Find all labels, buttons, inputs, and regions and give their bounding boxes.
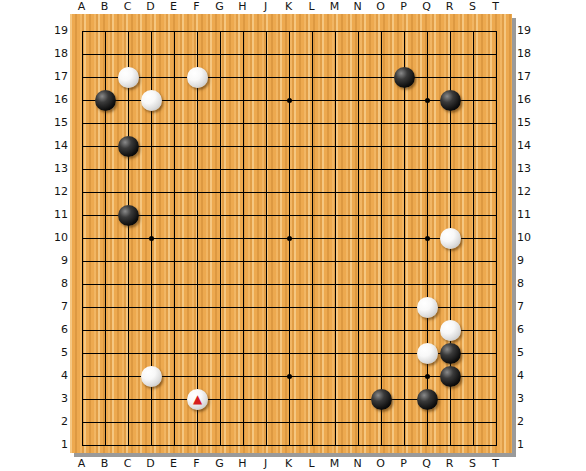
intersection-S18[interactable] [462, 43, 485, 66]
intersection-E3[interactable] [163, 388, 186, 411]
intersection-Q7[interactable] [416, 296, 439, 319]
intersection-N10[interactable] [347, 227, 370, 250]
intersection-O18[interactable] [370, 43, 393, 66]
intersection-G17[interactable] [209, 66, 232, 89]
intersection-B14[interactable] [94, 135, 117, 158]
intersection-F13[interactable] [186, 158, 209, 181]
intersection-P2[interactable] [393, 411, 416, 434]
intersection-G2[interactable] [209, 411, 232, 434]
intersection-T17[interactable] [485, 66, 508, 89]
intersection-P9[interactable] [393, 250, 416, 273]
intersection-D3[interactable] [140, 388, 163, 411]
intersection-F10[interactable] [186, 227, 209, 250]
intersection-P16[interactable] [393, 89, 416, 112]
intersection-O12[interactable] [370, 181, 393, 204]
intersection-M19[interactable] [324, 20, 347, 43]
intersection-K11[interactable] [278, 204, 301, 227]
intersection-O17[interactable] [370, 66, 393, 89]
intersection-N17[interactable] [347, 66, 370, 89]
intersection-S16[interactable] [462, 89, 485, 112]
intersection-C7[interactable] [117, 296, 140, 319]
intersection-J4[interactable] [255, 365, 278, 388]
intersection-B4[interactable] [94, 365, 117, 388]
intersection-J3[interactable] [255, 388, 278, 411]
intersection-F1[interactable] [186, 434, 209, 453]
intersection-H17[interactable] [232, 66, 255, 89]
intersection-D18[interactable] [140, 43, 163, 66]
intersection-S3[interactable] [462, 388, 485, 411]
intersection-F11[interactable] [186, 204, 209, 227]
intersection-F12[interactable] [186, 181, 209, 204]
intersection-P17[interactable] [393, 66, 416, 89]
intersection-E9[interactable] [163, 250, 186, 273]
intersection-E15[interactable] [163, 112, 186, 135]
intersection-M1[interactable] [324, 434, 347, 453]
intersection-D17[interactable] [140, 66, 163, 89]
intersection-P3[interactable] [393, 388, 416, 411]
intersection-F7[interactable] [186, 296, 209, 319]
intersection-B6[interactable] [94, 319, 117, 342]
intersection-H16[interactable] [232, 89, 255, 112]
intersection-T12[interactable] [485, 181, 508, 204]
intersection-P13[interactable] [393, 158, 416, 181]
intersection-M3[interactable] [324, 388, 347, 411]
intersection-S5[interactable] [462, 342, 485, 365]
intersection-K16[interactable] [278, 89, 301, 112]
intersection-E6[interactable] [163, 319, 186, 342]
intersection-O3[interactable] [370, 388, 393, 411]
intersection-H12[interactable] [232, 181, 255, 204]
intersection-Q4[interactable] [416, 365, 439, 388]
intersection-T10[interactable] [485, 227, 508, 250]
intersection-L18[interactable] [301, 43, 324, 66]
intersection-K9[interactable] [278, 250, 301, 273]
intersection-G9[interactable] [209, 250, 232, 273]
intersection-L14[interactable] [301, 135, 324, 158]
intersection-M4[interactable] [324, 365, 347, 388]
intersection-Q11[interactable] [416, 204, 439, 227]
intersection-B7[interactable] [94, 296, 117, 319]
intersection-D12[interactable] [140, 181, 163, 204]
intersection-N15[interactable] [347, 112, 370, 135]
intersection-F16[interactable] [186, 89, 209, 112]
intersection-G15[interactable] [209, 112, 232, 135]
intersection-A3[interactable] [71, 388, 94, 411]
intersection-K15[interactable] [278, 112, 301, 135]
intersection-B17[interactable] [94, 66, 117, 89]
intersection-E13[interactable] [163, 158, 186, 181]
intersection-O13[interactable] [370, 158, 393, 181]
intersection-H8[interactable] [232, 273, 255, 296]
intersection-T3[interactable] [485, 388, 508, 411]
intersection-J7[interactable] [255, 296, 278, 319]
intersection-H5[interactable] [232, 342, 255, 365]
intersection-C3[interactable] [117, 388, 140, 411]
intersection-J10[interactable] [255, 227, 278, 250]
intersection-O11[interactable] [370, 204, 393, 227]
intersection-N19[interactable] [347, 20, 370, 43]
intersection-Q1[interactable] [416, 434, 439, 453]
intersection-J16[interactable] [255, 89, 278, 112]
intersection-J15[interactable] [255, 112, 278, 135]
intersection-H9[interactable] [232, 250, 255, 273]
intersection-C10[interactable] [117, 227, 140, 250]
intersection-M10[interactable] [324, 227, 347, 250]
intersection-P15[interactable] [393, 112, 416, 135]
intersection-N12[interactable] [347, 181, 370, 204]
intersection-N6[interactable] [347, 319, 370, 342]
intersection-C4[interactable] [117, 365, 140, 388]
intersection-H18[interactable] [232, 43, 255, 66]
intersection-G14[interactable] [209, 135, 232, 158]
intersection-N18[interactable] [347, 43, 370, 66]
intersection-S9[interactable] [462, 250, 485, 273]
intersection-A19[interactable] [71, 20, 94, 43]
intersection-M7[interactable] [324, 296, 347, 319]
intersection-P10[interactable] [393, 227, 416, 250]
intersection-P19[interactable] [393, 20, 416, 43]
intersection-B16[interactable] [94, 89, 117, 112]
intersection-O6[interactable] [370, 319, 393, 342]
intersection-C11[interactable] [117, 204, 140, 227]
intersection-O14[interactable] [370, 135, 393, 158]
intersection-P7[interactable] [393, 296, 416, 319]
intersection-R3[interactable] [439, 388, 462, 411]
intersection-O15[interactable] [370, 112, 393, 135]
intersection-B11[interactable] [94, 204, 117, 227]
intersection-O10[interactable] [370, 227, 393, 250]
intersection-C15[interactable] [117, 112, 140, 135]
intersection-L4[interactable] [301, 365, 324, 388]
intersection-H14[interactable] [232, 135, 255, 158]
intersection-M5[interactable] [324, 342, 347, 365]
intersection-N13[interactable] [347, 158, 370, 181]
intersection-J6[interactable] [255, 319, 278, 342]
intersection-L3[interactable] [301, 388, 324, 411]
intersection-H15[interactable] [232, 112, 255, 135]
intersection-R8[interactable] [439, 273, 462, 296]
intersection-R11[interactable] [439, 204, 462, 227]
intersection-Q9[interactable] [416, 250, 439, 273]
intersection-Q6[interactable] [416, 319, 439, 342]
intersection-E4[interactable] [163, 365, 186, 388]
intersection-H13[interactable] [232, 158, 255, 181]
intersection-L17[interactable] [301, 66, 324, 89]
intersection-T14[interactable] [485, 135, 508, 158]
intersection-B9[interactable] [94, 250, 117, 273]
intersection-G8[interactable] [209, 273, 232, 296]
intersection-K13[interactable] [278, 158, 301, 181]
intersection-D10[interactable] [140, 227, 163, 250]
intersection-J11[interactable] [255, 204, 278, 227]
intersection-R4[interactable] [439, 365, 462, 388]
intersection-K6[interactable] [278, 319, 301, 342]
intersection-A6[interactable] [71, 319, 94, 342]
intersection-G10[interactable] [209, 227, 232, 250]
intersection-D19[interactable] [140, 20, 163, 43]
intersection-K7[interactable] [278, 296, 301, 319]
intersection-T8[interactable] [485, 273, 508, 296]
intersection-M11[interactable] [324, 204, 347, 227]
intersection-L13[interactable] [301, 158, 324, 181]
intersection-N5[interactable] [347, 342, 370, 365]
intersection-L2[interactable] [301, 411, 324, 434]
intersection-O9[interactable] [370, 250, 393, 273]
intersection-L9[interactable] [301, 250, 324, 273]
intersection-A16[interactable] [71, 89, 94, 112]
intersection-C2[interactable] [117, 411, 140, 434]
intersection-C1[interactable] [117, 434, 140, 453]
intersection-F17[interactable] [186, 66, 209, 89]
intersection-K2[interactable] [278, 411, 301, 434]
intersection-N11[interactable] [347, 204, 370, 227]
intersection-T7[interactable] [485, 296, 508, 319]
intersection-Q15[interactable] [416, 112, 439, 135]
intersection-A11[interactable] [71, 204, 94, 227]
intersection-P6[interactable] [393, 319, 416, 342]
intersection-T1[interactable] [485, 434, 508, 453]
intersection-K18[interactable] [278, 43, 301, 66]
intersection-L1[interactable] [301, 434, 324, 453]
intersection-C14[interactable] [117, 135, 140, 158]
intersection-S19[interactable] [462, 20, 485, 43]
intersection-E12[interactable] [163, 181, 186, 204]
intersection-B15[interactable] [94, 112, 117, 135]
intersection-D8[interactable] [140, 273, 163, 296]
intersection-T19[interactable] [485, 20, 508, 43]
intersection-N9[interactable] [347, 250, 370, 273]
intersection-T6[interactable] [485, 319, 508, 342]
intersection-F14[interactable] [186, 135, 209, 158]
intersection-R18[interactable] [439, 43, 462, 66]
intersection-S10[interactable] [462, 227, 485, 250]
intersection-S8[interactable] [462, 273, 485, 296]
intersection-B5[interactable] [94, 342, 117, 365]
intersection-R10[interactable] [439, 227, 462, 250]
intersection-D11[interactable] [140, 204, 163, 227]
intersection-O16[interactable] [370, 89, 393, 112]
intersection-F4[interactable] [186, 365, 209, 388]
intersection-E14[interactable] [163, 135, 186, 158]
intersection-D1[interactable] [140, 434, 163, 453]
intersection-H2[interactable] [232, 411, 255, 434]
intersection-Q10[interactable] [416, 227, 439, 250]
intersection-T18[interactable] [485, 43, 508, 66]
intersection-E10[interactable] [163, 227, 186, 250]
intersection-S14[interactable] [462, 135, 485, 158]
intersection-S15[interactable] [462, 112, 485, 135]
intersection-G4[interactable] [209, 365, 232, 388]
intersection-B13[interactable] [94, 158, 117, 181]
intersection-C16[interactable] [117, 89, 140, 112]
intersection-Q12[interactable] [416, 181, 439, 204]
intersection-E2[interactable] [163, 411, 186, 434]
intersection-Q5[interactable] [416, 342, 439, 365]
intersection-L11[interactable] [301, 204, 324, 227]
intersection-G6[interactable] [209, 319, 232, 342]
intersection-H19[interactable] [232, 20, 255, 43]
intersection-E18[interactable] [163, 43, 186, 66]
intersection-R7[interactable] [439, 296, 462, 319]
intersection-E16[interactable] [163, 89, 186, 112]
intersection-C12[interactable] [117, 181, 140, 204]
intersection-C18[interactable] [117, 43, 140, 66]
intersection-N16[interactable] [347, 89, 370, 112]
intersection-T16[interactable] [485, 89, 508, 112]
intersection-T15[interactable] [485, 112, 508, 135]
intersection-S1[interactable] [462, 434, 485, 453]
intersection-M13[interactable] [324, 158, 347, 181]
intersection-L6[interactable] [301, 319, 324, 342]
intersection-J13[interactable] [255, 158, 278, 181]
intersection-L7[interactable] [301, 296, 324, 319]
intersection-K19[interactable] [278, 20, 301, 43]
intersection-R17[interactable] [439, 66, 462, 89]
intersection-O19[interactable] [370, 20, 393, 43]
intersection-Q14[interactable] [416, 135, 439, 158]
intersection-A4[interactable] [71, 365, 94, 388]
intersection-K12[interactable] [278, 181, 301, 204]
intersection-K14[interactable] [278, 135, 301, 158]
intersection-P11[interactable] [393, 204, 416, 227]
intersection-D15[interactable] [140, 112, 163, 135]
intersection-B12[interactable] [94, 181, 117, 204]
intersection-G5[interactable] [209, 342, 232, 365]
intersection-S6[interactable] [462, 319, 485, 342]
intersection-T9[interactable] [485, 250, 508, 273]
intersection-P4[interactable] [393, 365, 416, 388]
intersection-F15[interactable] [186, 112, 209, 135]
intersection-R2[interactable] [439, 411, 462, 434]
intersection-M2[interactable] [324, 411, 347, 434]
intersection-A9[interactable] [71, 250, 94, 273]
intersection-D2[interactable] [140, 411, 163, 434]
intersection-S17[interactable] [462, 66, 485, 89]
intersection-L19[interactable] [301, 20, 324, 43]
intersection-J1[interactable] [255, 434, 278, 453]
intersection-S11[interactable] [462, 204, 485, 227]
intersection-R5[interactable] [439, 342, 462, 365]
intersection-N1[interactable] [347, 434, 370, 453]
intersection-H4[interactable] [232, 365, 255, 388]
intersection-G11[interactable] [209, 204, 232, 227]
intersection-G7[interactable] [209, 296, 232, 319]
intersection-A1[interactable] [71, 434, 94, 453]
intersection-M12[interactable] [324, 181, 347, 204]
intersection-N8[interactable] [347, 273, 370, 296]
intersection-M8[interactable] [324, 273, 347, 296]
intersection-B8[interactable] [94, 273, 117, 296]
intersection-C17[interactable] [117, 66, 140, 89]
intersection-J2[interactable] [255, 411, 278, 434]
intersection-R12[interactable] [439, 181, 462, 204]
intersection-L15[interactable] [301, 112, 324, 135]
intersection-D5[interactable] [140, 342, 163, 365]
intersection-C13[interactable] [117, 158, 140, 181]
intersection-J17[interactable] [255, 66, 278, 89]
intersection-P5[interactable] [393, 342, 416, 365]
intersection-T2[interactable] [485, 411, 508, 434]
intersection-E17[interactable] [163, 66, 186, 89]
intersection-G18[interactable] [209, 43, 232, 66]
intersection-S7[interactable] [462, 296, 485, 319]
intersection-A8[interactable] [71, 273, 94, 296]
intersection-O2[interactable] [370, 411, 393, 434]
intersection-P1[interactable] [393, 434, 416, 453]
intersection-A2[interactable] [71, 411, 94, 434]
intersection-J19[interactable] [255, 20, 278, 43]
intersection-O7[interactable] [370, 296, 393, 319]
intersection-H6[interactable] [232, 319, 255, 342]
intersection-R13[interactable] [439, 158, 462, 181]
intersection-L12[interactable] [301, 181, 324, 204]
intersection-C9[interactable] [117, 250, 140, 273]
intersection-E5[interactable] [163, 342, 186, 365]
intersection-A5[interactable] [71, 342, 94, 365]
intersection-A10[interactable] [71, 227, 94, 250]
intersection-R15[interactable] [439, 112, 462, 135]
intersection-R1[interactable] [439, 434, 462, 453]
intersection-F6[interactable] [186, 319, 209, 342]
intersection-F2[interactable] [186, 411, 209, 434]
intersection-J18[interactable] [255, 43, 278, 66]
intersection-C6[interactable] [117, 319, 140, 342]
intersection-D9[interactable] [140, 250, 163, 273]
intersection-E11[interactable] [163, 204, 186, 227]
intersection-H10[interactable] [232, 227, 255, 250]
intersection-M15[interactable] [324, 112, 347, 135]
intersection-R9[interactable] [439, 250, 462, 273]
intersection-G3[interactable] [209, 388, 232, 411]
intersection-A15[interactable] [71, 112, 94, 135]
intersection-M18[interactable] [324, 43, 347, 66]
intersection-K3[interactable] [278, 388, 301, 411]
intersection-J9[interactable] [255, 250, 278, 273]
intersection-J5[interactable] [255, 342, 278, 365]
intersection-B19[interactable] [94, 20, 117, 43]
intersection-P12[interactable] [393, 181, 416, 204]
intersection-K8[interactable] [278, 273, 301, 296]
intersection-N4[interactable] [347, 365, 370, 388]
intersection-S12[interactable] [462, 181, 485, 204]
intersection-D4[interactable] [140, 365, 163, 388]
intersection-F9[interactable] [186, 250, 209, 273]
intersection-K17[interactable] [278, 66, 301, 89]
intersection-D16[interactable] [140, 89, 163, 112]
intersection-G1[interactable] [209, 434, 232, 453]
intersection-B3[interactable] [94, 388, 117, 411]
intersection-S13[interactable] [462, 158, 485, 181]
intersection-D7[interactable] [140, 296, 163, 319]
intersection-Q2[interactable] [416, 411, 439, 434]
intersection-J12[interactable] [255, 181, 278, 204]
intersection-N14[interactable] [347, 135, 370, 158]
intersection-M9[interactable] [324, 250, 347, 273]
intersection-O5[interactable] [370, 342, 393, 365]
intersection-O8[interactable] [370, 273, 393, 296]
intersection-H7[interactable] [232, 296, 255, 319]
intersection-E7[interactable] [163, 296, 186, 319]
intersection-Q19[interactable] [416, 20, 439, 43]
intersection-M16[interactable] [324, 89, 347, 112]
intersection-M6[interactable] [324, 319, 347, 342]
intersection-B10[interactable] [94, 227, 117, 250]
intersection-Q8[interactable] [416, 273, 439, 296]
intersection-H1[interactable] [232, 434, 255, 453]
intersection-P8[interactable] [393, 273, 416, 296]
intersection-T4[interactable] [485, 365, 508, 388]
intersection-C8[interactable] [117, 273, 140, 296]
